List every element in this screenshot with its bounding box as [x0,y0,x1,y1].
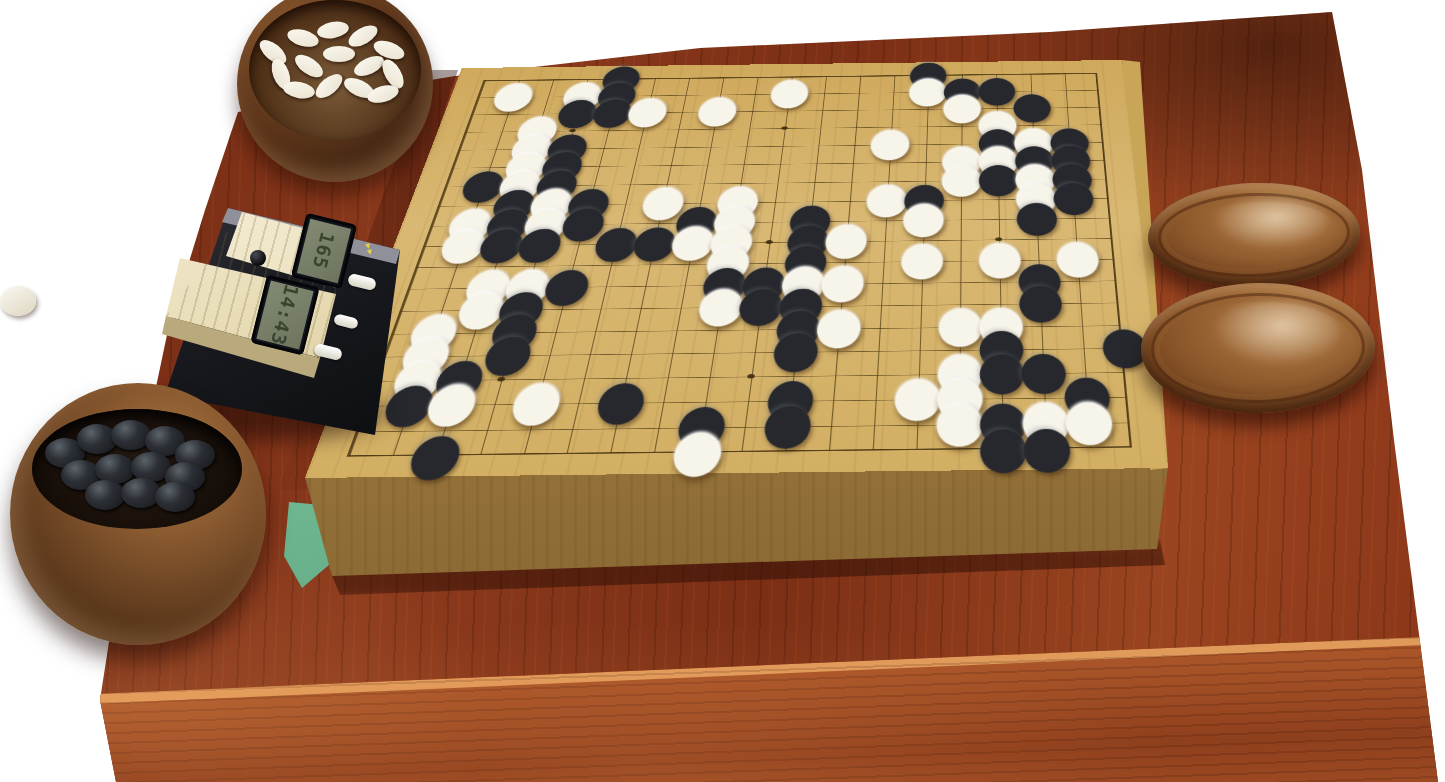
black-stone[interactable]: ● [516,226,565,259]
white-stone[interactable]: ● [902,242,943,276]
black-stone[interactable]: ● [1017,200,1057,232]
clock-time-bottom: 14:43 [267,282,303,348]
white-stone[interactable]: ● [425,382,481,423]
white-stone[interactable]: ● [510,381,564,422]
clock-hinge-knob [250,250,266,266]
table-front-edge [0,636,1445,782]
white-stone[interactable]: ● [627,97,669,125]
black-stone [85,480,125,510]
black-stone[interactable]: ● [763,403,812,445]
star-point [781,126,788,129]
black-stone[interactable]: ● [1024,425,1071,468]
black-stone[interactable]: ● [596,380,648,421]
white-stone[interactable]: ● [492,82,536,109]
white-stone[interactable]: ● [903,202,943,234]
white-stone-bowl[interactable] [237,0,433,182]
loose-white-stone[interactable] [0,286,36,316]
clock-time-top: 165 [309,230,339,272]
black-stone[interactable]: ● [773,330,819,368]
go-game-scene: ●●●●●●●●●●●●●●●●●●●●●●●●●●●●●●●●●●●●●●●●… [0,0,1445,782]
white-stone[interactable]: ● [697,96,738,124]
white-stone[interactable]: ● [672,429,724,472]
black-stone[interactable]: ● [1019,283,1062,319]
board-grid[interactable]: ●●●●●●●●●●●●●●●●●●●●●●●●●●●●●●●●●●●●●●●●… [347,73,1132,457]
star-point [765,240,772,244]
black-stone [155,482,195,512]
black-stone[interactable]: ● [1014,92,1051,120]
white-stone[interactable]: ● [770,78,809,105]
star-point [747,374,755,378]
white-stone[interactable]: ● [871,128,910,157]
black-stone-bowl[interactable] [10,383,266,645]
black-stone[interactable]: ● [407,432,465,475]
white-stone [323,46,355,62]
